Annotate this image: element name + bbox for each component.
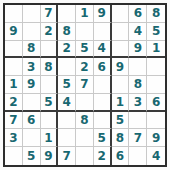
cell-r5c8[interactable]: 8 — [129, 76, 147, 94]
cell-r3c7[interactable] — [112, 41, 130, 59]
cell-r1c5[interactable]: 1 — [76, 5, 94, 23]
cell-r2c5[interactable] — [76, 23, 94, 41]
cell-r9c2[interactable]: 5 — [23, 147, 41, 165]
cell-r5c9[interactable] — [147, 76, 165, 94]
cell-r8c6[interactable]: 5 — [94, 129, 112, 147]
cell-r6c9[interactable]: 6 — [147, 94, 165, 112]
cell-r4c8[interactable] — [129, 58, 147, 76]
cell-r6c2[interactable] — [23, 94, 41, 112]
cell-r7c8[interactable] — [129, 112, 147, 130]
cell-r9c4[interactable]: 7 — [58, 147, 76, 165]
cell-r8c5[interactable] — [76, 129, 94, 147]
cell-r7c4[interactable] — [58, 112, 76, 130]
cell-r5c7[interactable] — [112, 76, 130, 94]
cell-r1c2[interactable] — [23, 5, 41, 23]
cell-r6c4[interactable]: 4 — [58, 94, 76, 112]
cell-r9c3[interactable]: 9 — [41, 147, 59, 165]
cell-r8c7[interactable]: 8 — [112, 129, 130, 147]
sudoku-board: 7196892845825491382691957825413676853158… — [3, 3, 167, 167]
cell-r3c1[interactable] — [5, 41, 23, 59]
cell-r4c5[interactable]: 2 — [76, 58, 94, 76]
cell-r4c9[interactable] — [147, 58, 165, 76]
cell-r3c4[interactable]: 2 — [58, 41, 76, 59]
cell-r6c8[interactable]: 3 — [129, 94, 147, 112]
cell-r9c9[interactable]: 4 — [147, 147, 165, 165]
cell-r2c8[interactable]: 4 — [129, 23, 147, 41]
cell-r3c9[interactable]: 1 — [147, 41, 165, 59]
cell-r2c7[interactable] — [112, 23, 130, 41]
cell-r9c7[interactable]: 6 — [112, 147, 130, 165]
cell-r5c2[interactable]: 9 — [23, 76, 41, 94]
cell-r6c3[interactable]: 5 — [41, 94, 59, 112]
cell-r1c7[interactable] — [112, 5, 130, 23]
cell-r8c1[interactable]: 3 — [5, 129, 23, 147]
cell-r1c3[interactable]: 7 — [41, 5, 59, 23]
cell-r7c2[interactable]: 6 — [23, 112, 41, 130]
cell-r8c4[interactable] — [58, 129, 76, 147]
cell-r1c8[interactable]: 6 — [129, 5, 147, 23]
cell-r6c7[interactable]: 1 — [112, 94, 130, 112]
cell-r1c6[interactable]: 9 — [94, 5, 112, 23]
cell-r5c6[interactable] — [94, 76, 112, 94]
cell-r2c6[interactable] — [94, 23, 112, 41]
cell-r8c3[interactable]: 1 — [41, 129, 59, 147]
cell-r4c4[interactable] — [58, 58, 76, 76]
cell-r6c1[interactable]: 2 — [5, 94, 23, 112]
cell-r2c1[interactable]: 9 — [5, 23, 23, 41]
cell-r3c5[interactable]: 5 — [76, 41, 94, 59]
cell-r9c5[interactable] — [76, 147, 94, 165]
cell-r4c7[interactable]: 9 — [112, 58, 130, 76]
cell-r5c1[interactable]: 1 — [5, 76, 23, 94]
cell-r7c7[interactable]: 5 — [112, 112, 130, 130]
cell-r7c5[interactable]: 8 — [76, 112, 94, 130]
cell-r2c2[interactable] — [23, 23, 41, 41]
cell-r8c2[interactable] — [23, 129, 41, 147]
cell-r4c2[interactable]: 3 — [23, 58, 41, 76]
cell-r7c9[interactable] — [147, 112, 165, 130]
cell-r5c5[interactable]: 7 — [76, 76, 94, 94]
cell-r5c3[interactable] — [41, 76, 59, 94]
cell-r4c6[interactable]: 6 — [94, 58, 112, 76]
cell-r6c6[interactable] — [94, 94, 112, 112]
cell-r1c9[interactable]: 8 — [147, 5, 165, 23]
cell-r4c1[interactable] — [5, 58, 23, 76]
cell-r3c6[interactable]: 4 — [94, 41, 112, 59]
cell-r1c1[interactable] — [5, 5, 23, 23]
cell-r3c3[interactable] — [41, 41, 59, 59]
cell-r2c3[interactable]: 2 — [41, 23, 59, 41]
cell-r7c3[interactable] — [41, 112, 59, 130]
cell-r8c9[interactable]: 9 — [147, 129, 165, 147]
cell-r2c9[interactable]: 5 — [147, 23, 165, 41]
cell-r8c8[interactable]: 7 — [129, 129, 147, 147]
cell-r7c6[interactable] — [94, 112, 112, 130]
cell-r1c4[interactable] — [58, 5, 76, 23]
cell-r5c4[interactable]: 5 — [58, 76, 76, 94]
cell-r7c1[interactable]: 7 — [5, 112, 23, 130]
cell-r2c4[interactable]: 8 — [58, 23, 76, 41]
sudoku-page: 7196892845825491382691957825413676853158… — [0, 0, 170, 170]
cell-r3c2[interactable]: 8 — [23, 41, 41, 59]
cell-r6c5[interactable] — [76, 94, 94, 112]
cell-r3c8[interactable]: 9 — [129, 41, 147, 59]
cell-r9c8[interactable] — [129, 147, 147, 165]
cell-r9c1[interactable] — [5, 147, 23, 165]
cell-r9c6[interactable]: 2 — [94, 147, 112, 165]
cell-r4c3[interactable]: 8 — [41, 58, 59, 76]
